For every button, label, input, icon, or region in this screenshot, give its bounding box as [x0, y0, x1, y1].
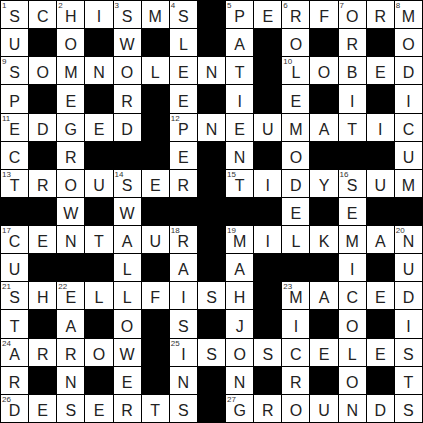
cell-letter: F — [150, 290, 160, 309]
cell-r3c11[interactable]: 10L — [282, 57, 310, 85]
cell-letter: U — [403, 150, 415, 169]
cell-letter: A — [9, 347, 20, 366]
cell-letter: D — [290, 178, 302, 197]
cell-r13c13[interactable]: L — [339, 339, 367, 367]
cell-r11c7[interactable]: I — [170, 282, 198, 310]
cell-r15c2[interactable]: E — [29, 395, 57, 423]
cell-letter: N — [178, 375, 190, 394]
cell-r11c6[interactable]: F — [142, 282, 170, 310]
cell-r2c1[interactable]: U — [1, 29, 29, 57]
block-cell-r10c2 — [29, 254, 57, 282]
cell-r9c7[interactable]: 18R — [170, 226, 198, 254]
cell-letter: A — [178, 262, 189, 281]
block-cell-r4c4 — [85, 85, 113, 113]
cell-r5c2[interactable]: D — [29, 114, 57, 142]
block-cell-r6c8 — [198, 142, 226, 170]
cell-r1c6[interactable]: M — [142, 1, 170, 29]
cell-letter: E — [37, 234, 48, 253]
block-cell-r4c6 — [142, 85, 170, 113]
cell-letter: W — [120, 206, 135, 225]
cell-r7c6[interactable]: E — [142, 170, 170, 198]
cell-letter: C — [9, 150, 21, 169]
cell-r13c4[interactable]: O — [85, 339, 113, 367]
cell-r3c14[interactable]: E — [367, 57, 395, 85]
cell-r7c14[interactable]: U — [367, 170, 395, 198]
block-cell-r12c8 — [198, 310, 226, 338]
cell-letter: R — [262, 403, 274, 422]
cell-letter: I — [406, 94, 410, 113]
cell-letter: T — [94, 234, 104, 253]
block-cell-r10c8 — [198, 254, 226, 282]
block-cell-r15c8 — [198, 395, 226, 423]
cell-r13c8[interactable]: S — [198, 339, 226, 367]
cell-r15c6[interactable]: T — [142, 395, 170, 423]
cell-r13c3[interactable]: R — [57, 339, 85, 367]
cell-letter: M — [233, 234, 246, 253]
cell-r9c9[interactable]: 19M — [226, 226, 254, 254]
cell-r12c15[interactable]: I — [395, 310, 423, 338]
cell-r4c15[interactable]: I — [395, 85, 423, 113]
cell-letter: D — [403, 65, 415, 84]
cell-r9c11[interactable]: L — [282, 226, 310, 254]
cell-letter: S — [178, 319, 189, 338]
cell-r13c12[interactable]: E — [310, 339, 338, 367]
cell-letter: O — [233, 347, 245, 366]
cell-letter: B — [347, 65, 358, 84]
cell-letter: C — [346, 290, 358, 309]
cell-r15c11[interactable]: O — [282, 395, 310, 423]
cell-r1c1[interactable]: 1S — [1, 1, 29, 29]
cell-letter: M — [289, 290, 302, 309]
cell-r9c5[interactable]: A — [114, 226, 142, 254]
cell-letter: C — [290, 347, 302, 366]
block-cell-r12c6 — [142, 310, 170, 338]
cell-r15c9[interactable]: 27G — [226, 395, 254, 423]
block-cell-r10c6 — [142, 254, 170, 282]
cell-letter: E — [178, 94, 189, 113]
cell-letter: T — [347, 122, 357, 141]
cell-r8c3[interactable]: W — [57, 198, 85, 226]
cell-r14c11[interactable]: R — [282, 367, 310, 395]
cell-r7c13[interactable]: 16S — [339, 170, 367, 198]
cell-r1c14[interactable]: R — [367, 1, 395, 29]
cell-letter: S — [403, 403, 414, 422]
block-cell-r14c14 — [367, 367, 395, 395]
cell-r7c1[interactable]: 13T — [1, 170, 29, 198]
cell-letter: E — [9, 122, 20, 141]
cell-r1c15[interactable]: 8M — [395, 1, 423, 29]
cell-r13c9[interactable]: O — [226, 339, 254, 367]
cell-r4c3[interactable]: E — [57, 85, 85, 113]
block-cell-r14c12 — [310, 367, 338, 395]
cell-letter: L — [151, 65, 160, 84]
cell-r10c7[interactable]: A — [170, 254, 198, 282]
cell-r15c7[interactable]: S — [170, 395, 198, 423]
cell-letter: E — [122, 375, 133, 394]
cell-r9c6[interactable]: U — [142, 226, 170, 254]
clue-number-17: 17 — [2, 226, 11, 235]
clue-number-2: 2 — [58, 1, 62, 10]
cell-letter: W — [120, 347, 135, 366]
cell-letter: I — [181, 347, 185, 366]
cell-letter: S — [262, 347, 273, 366]
block-cell-r9c8 — [198, 226, 226, 254]
cell-r12c11[interactable]: I — [282, 310, 310, 338]
cell-letter: I — [350, 94, 354, 113]
cell-r7c3[interactable]: O — [57, 170, 85, 198]
cell-letter: A — [234, 37, 245, 56]
block-cell-r2c10 — [254, 29, 282, 57]
cell-r9c2[interactable]: E — [29, 226, 57, 254]
cell-letter: O — [318, 65, 330, 84]
cell-r6c1[interactable]: C — [1, 142, 29, 170]
cell-r1c5[interactable]: 3S — [114, 1, 142, 29]
cell-r1c2[interactable]: C — [29, 1, 57, 29]
cell-r11c3[interactable]: 22E — [57, 282, 85, 310]
cell-r4c7[interactable]: E — [170, 85, 198, 113]
cell-r1c9[interactable]: 5P — [226, 1, 254, 29]
cell-r3c2[interactable]: O — [29, 57, 57, 85]
cell-r7c4[interactable]: U — [85, 170, 113, 198]
cell-letter: G — [233, 403, 245, 422]
cell-r10c1[interactable]: U — [1, 254, 29, 282]
clue-number-9: 9 — [2, 57, 6, 66]
cell-r9c1[interactable]: 17C — [1, 226, 29, 254]
block-cell-r8c1 — [1, 198, 29, 226]
cell-letter: M — [345, 234, 358, 253]
cell-letter: W — [63, 206, 78, 225]
cell-r7c2[interactable]: R — [29, 170, 57, 198]
cell-r3c1[interactable]: 9S — [1, 57, 29, 85]
cell-r2c7[interactable]: L — [170, 29, 198, 57]
cell-r3c13[interactable]: B — [339, 57, 367, 85]
cell-r10c5[interactable]: L — [114, 254, 142, 282]
cell-r3c12[interactable]: O — [310, 57, 338, 85]
cell-letter: P — [9, 94, 20, 113]
cell-r5c5[interactable]: D — [114, 114, 142, 142]
clue-number-20: 20 — [396, 226, 405, 235]
cell-r6c9[interactable]: N — [226, 142, 254, 170]
block-cell-r12c2 — [29, 310, 57, 338]
block-cell-r8c2 — [29, 198, 57, 226]
cell-letter: I — [350, 262, 354, 281]
cell-r11c1[interactable]: 21S — [1, 282, 29, 310]
cell-r11c4[interactable]: L — [85, 282, 113, 310]
cell-letter: J — [236, 319, 244, 338]
cell-r5c7[interactable]: 12P — [170, 114, 198, 142]
cell-letter: N — [206, 122, 218, 141]
cell-r15c15[interactable]: S — [395, 395, 423, 423]
cell-r12c3[interactable]: A — [57, 310, 85, 338]
cell-letter: H — [37, 290, 49, 309]
clue-number-19: 19 — [227, 226, 236, 235]
cell-r5c13[interactable]: T — [339, 114, 367, 142]
cell-letter: R — [290, 9, 302, 28]
cell-letter: L — [348, 347, 357, 366]
block-cell-r3c10 — [254, 57, 282, 85]
cell-r7c7[interactable]: R — [170, 170, 198, 198]
block-cell-r8c12 — [310, 198, 338, 226]
block-cell-r8c7 — [170, 198, 198, 226]
cell-r13c14[interactable]: E — [367, 339, 395, 367]
cell-r14c9[interactable]: N — [226, 367, 254, 395]
cell-letter: L — [179, 37, 188, 56]
cell-r11c2[interactable]: H — [29, 282, 57, 310]
cell-r11c8[interactable]: S — [198, 282, 226, 310]
cell-r14c15[interactable]: T — [395, 367, 423, 395]
cell-letter: O — [402, 37, 414, 56]
cell-r2c5[interactable]: W — [114, 29, 142, 57]
cell-letter: E — [347, 206, 358, 225]
cell-r10c9[interactable]: A — [226, 254, 254, 282]
cell-r5c9[interactable]: E — [226, 114, 254, 142]
cell-r5c11[interactable]: M — [282, 114, 310, 142]
cell-r1c4[interactable]: I — [85, 1, 113, 29]
cell-letter: I — [97, 9, 101, 28]
cell-r7c9[interactable]: 15T — [226, 170, 254, 198]
cell-r14c5[interactable]: E — [114, 367, 142, 395]
cell-r1c12[interactable]: F — [310, 1, 338, 29]
clue-number-8: 8 — [396, 1, 400, 10]
cell-letter: R — [121, 403, 133, 422]
cell-r7c5[interactable]: 14S — [114, 170, 142, 198]
cell-r8c5[interactable]: W — [114, 198, 142, 226]
cell-r13c7[interactable]: 25I — [170, 339, 198, 367]
cell-r11c15[interactable]: D — [395, 282, 423, 310]
block-cell-r6c14 — [367, 142, 395, 170]
clue-number-22: 22 — [58, 282, 67, 291]
cell-letter: T — [10, 319, 20, 338]
cell-r9c12[interactable]: K — [310, 226, 338, 254]
cell-r3c4[interactable]: N — [85, 57, 113, 85]
clue-number-11: 11 — [2, 114, 10, 123]
cell-letter: I — [406, 319, 410, 338]
cell-r11c9[interactable]: H — [226, 282, 254, 310]
block-cell-r2c14 — [367, 29, 395, 57]
cell-r3c3[interactable]: M — [57, 57, 85, 85]
cell-r12c1[interactable]: T — [1, 310, 29, 338]
cell-r5c15[interactable]: C — [395, 114, 423, 142]
cell-letter: R — [290, 375, 302, 394]
cell-r9c10[interactable]: I — [254, 226, 282, 254]
cell-letter: N — [65, 375, 77, 394]
cell-letter: D — [121, 122, 133, 141]
clue-number-5: 5 — [227, 1, 231, 10]
cell-r3c7[interactable]: E — [170, 57, 198, 85]
cell-r1c11[interactable]: 6R — [282, 1, 310, 29]
cell-letter: G — [65, 122, 77, 141]
cell-r11c11[interactable]: 23M — [282, 282, 310, 310]
cell-r15c4[interactable]: E — [85, 395, 113, 423]
cell-r2c3[interactable]: O — [57, 29, 85, 57]
cell-r7c15[interactable]: M — [395, 170, 423, 198]
clue-number-14: 14 — [115, 170, 124, 179]
cell-r3c5[interactable]: O — [114, 57, 142, 85]
cell-r12c7[interactable]: S — [170, 310, 198, 338]
cell-r15c13[interactable]: N — [339, 395, 367, 423]
cell-r2c15[interactable]: O — [395, 29, 423, 57]
cell-r7c12[interactable]: Y — [310, 170, 338, 198]
cell-r3c15[interactable]: D — [395, 57, 423, 85]
cell-letter: S — [206, 347, 217, 366]
cell-r5c10[interactable]: U — [254, 114, 282, 142]
cell-r5c4[interactable]: E — [85, 114, 113, 142]
cell-letter: U — [262, 122, 274, 141]
cell-r4c13[interactable]: I — [339, 85, 367, 113]
block-cell-r8c4 — [85, 198, 113, 226]
cell-r12c5[interactable]: O — [114, 310, 142, 338]
clue-number-27: 27 — [227, 395, 236, 404]
cell-r11c13[interactable]: C — [339, 282, 367, 310]
cell-r7c10[interactable]: I — [254, 170, 282, 198]
cell-r15c10[interactable]: R — [254, 395, 282, 423]
cell-r15c1[interactable]: 26D — [1, 395, 29, 423]
cell-r14c13[interactable]: O — [339, 367, 367, 395]
cell-r5c14[interactable]: I — [367, 114, 395, 142]
cell-letter: N — [65, 234, 77, 253]
cell-r11c12[interactable]: A — [310, 282, 338, 310]
cell-letter: R — [178, 234, 190, 253]
cell-r6c7[interactable]: E — [170, 142, 198, 170]
cell-r9c13[interactable]: M — [339, 226, 367, 254]
block-cell-r4c2 — [29, 85, 57, 113]
cell-r2c13[interactable]: R — [339, 29, 367, 57]
block-cell-r10c10 — [254, 254, 282, 282]
cell-r9c3[interactable]: N — [57, 226, 85, 254]
cell-r13c2[interactable]: R — [29, 339, 57, 367]
block-cell-r14c6 — [142, 367, 170, 395]
block-cell-r2c8 — [198, 29, 226, 57]
block-cell-r10c11 — [282, 254, 310, 282]
block-cell-r4c8 — [198, 85, 226, 113]
cell-r15c14[interactable]: D — [367, 395, 395, 423]
cell-r6c3[interactable]: R — [57, 142, 85, 170]
cell-letter: E — [262, 9, 273, 28]
cell-r4c9[interactable]: I — [226, 85, 254, 113]
cell-r15c5[interactable]: R — [114, 395, 142, 423]
cell-r14c1[interactable]: R — [1, 367, 29, 395]
cell-r8c13[interactable]: E — [339, 198, 367, 226]
cell-letter: O — [346, 319, 358, 338]
cell-letter: D — [37, 122, 49, 141]
clue-number-10: 10 — [283, 57, 292, 66]
block-cell-r6c12 — [310, 142, 338, 170]
cell-letter: S — [9, 290, 20, 309]
cell-letter: I — [378, 122, 382, 141]
cell-r10c15[interactable]: U — [395, 254, 423, 282]
cell-letter: R — [37, 347, 49, 366]
cell-r10c13[interactable]: I — [339, 254, 367, 282]
block-cell-r10c4 — [85, 254, 113, 282]
cell-letter: E — [65, 94, 76, 113]
cell-letter: N — [234, 375, 246, 394]
cell-letter: M — [149, 9, 162, 28]
cell-letter: A — [65, 319, 76, 338]
cell-r14c7[interactable]: N — [170, 367, 198, 395]
crossword-grid: 1SC2HI3SM4S5PE6RF7OR8MUOWLAORO9SOMNOLENT… — [0, 0, 423, 423]
cell-r5c1[interactable]: 11E — [1, 114, 29, 142]
cell-r6c11[interactable]: O — [282, 142, 310, 170]
block-cell-r7c8 — [198, 170, 226, 198]
cell-r3c9[interactable]: T — [226, 57, 254, 85]
cell-letter: S — [347, 178, 358, 197]
cell-letter: T — [404, 375, 414, 394]
cell-letter: M — [402, 9, 415, 28]
cell-r9c15[interactable]: 20N — [395, 226, 423, 254]
cell-letter: O — [290, 403, 302, 422]
block-cell-r8c14 — [367, 198, 395, 226]
cell-r13c11[interactable]: C — [282, 339, 310, 367]
cell-r11c14[interactable]: E — [367, 282, 395, 310]
cell-r4c1[interactable]: P — [1, 85, 29, 113]
cell-r2c9[interactable]: A — [226, 29, 254, 57]
cell-r3c6[interactable]: L — [142, 57, 170, 85]
cell-r15c3[interactable]: S — [57, 395, 85, 423]
block-cell-r8c8 — [198, 198, 226, 226]
block-cell-r11c10 — [254, 282, 282, 310]
cell-r5c12[interactable]: A — [310, 114, 338, 142]
block-cell-r14c2 — [29, 367, 57, 395]
clue-number-24: 24 — [2, 339, 11, 348]
cell-r1c7[interactable]: 4S — [170, 1, 198, 29]
cell-r5c8[interactable]: N — [198, 114, 226, 142]
cell-letter: I — [294, 319, 298, 338]
cell-r13c1[interactable]: 24A — [1, 339, 29, 367]
cell-r14c3[interactable]: N — [57, 367, 85, 395]
cell-r12c9[interactable]: J — [226, 310, 254, 338]
cell-r1c10[interactable]: E — [254, 1, 282, 29]
cell-r11c5[interactable]: L — [114, 282, 142, 310]
cell-r4c5[interactable]: R — [114, 85, 142, 113]
cell-letter: E — [291, 94, 302, 113]
cell-r9c14[interactable]: A — [367, 226, 395, 254]
cell-letter: R — [346, 37, 358, 56]
cell-r1c3[interactable]: 2H — [57, 1, 85, 29]
cell-r8c11[interactable]: E — [282, 198, 310, 226]
cell-r1c13[interactable]: 7O — [339, 1, 367, 29]
cell-r2c11[interactable]: O — [282, 29, 310, 57]
clue-number-23: 23 — [283, 282, 292, 291]
cell-r5c3[interactable]: G — [57, 114, 85, 142]
cell-letter: C — [403, 122, 415, 141]
cell-letter: L — [123, 262, 132, 281]
block-cell-r14c4 — [85, 367, 113, 395]
cell-r7c11[interactable]: D — [282, 170, 310, 198]
block-cell-r6c2 — [29, 142, 57, 170]
cell-r15c12[interactable]: U — [310, 395, 338, 423]
block-cell-r2c6 — [142, 29, 170, 57]
block-cell-r12c4 — [85, 310, 113, 338]
cell-letter: A — [122, 234, 133, 253]
cell-r3c8[interactable]: N — [198, 57, 226, 85]
cell-letter: R — [65, 150, 77, 169]
cell-letter: T — [235, 178, 245, 197]
cell-letter: C — [9, 234, 21, 253]
cell-letter: M — [64, 65, 77, 84]
cell-r13c15[interactable]: S — [395, 339, 423, 367]
cell-r13c10[interactable]: S — [254, 339, 282, 367]
cell-letter: U — [93, 178, 105, 197]
cell-r4c11[interactable]: E — [282, 85, 310, 113]
cell-r13c5[interactable]: W — [114, 339, 142, 367]
cell-r6c15[interactable]: U — [395, 142, 423, 170]
cell-r9c4[interactable]: T — [85, 226, 113, 254]
clue-number-16: 16 — [340, 170, 349, 179]
cell-letter: U — [318, 403, 330, 422]
cell-letter: F — [319, 9, 329, 28]
cell-letter: R — [9, 375, 21, 394]
cell-r12c13[interactable]: O — [339, 310, 367, 338]
